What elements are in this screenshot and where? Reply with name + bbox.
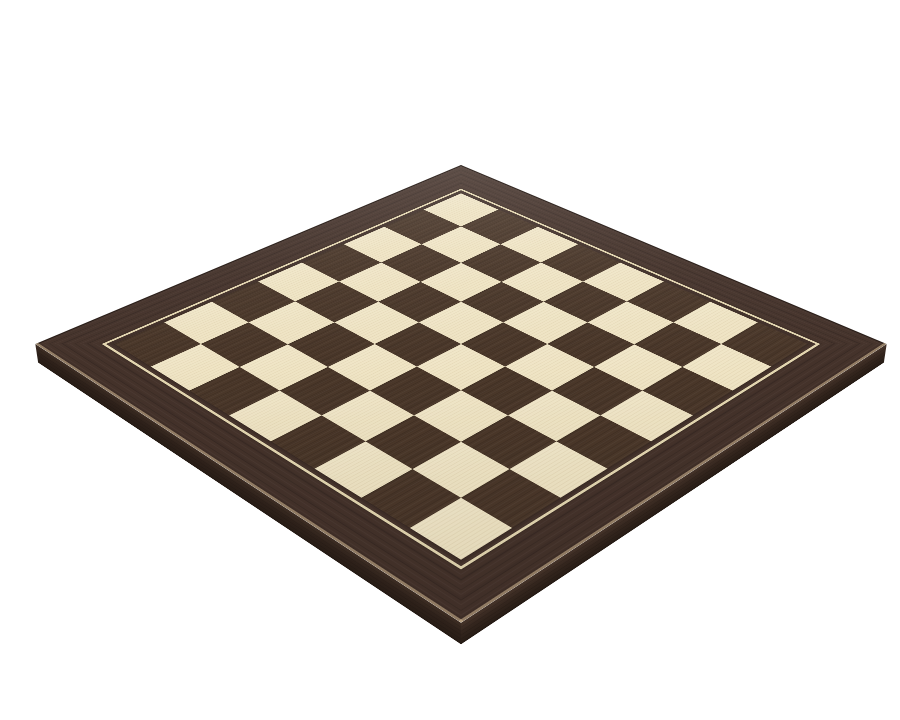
square-g3 [461,415,556,468]
square-h7 [682,344,771,390]
playing-area [115,193,808,559]
square-h3 [510,441,607,497]
board-top-face [35,165,886,623]
square-e2 [322,390,415,441]
square-h1 [410,498,513,560]
frame-rail-right [412,324,887,623]
square-g6 [594,344,683,390]
square-h4 [556,415,651,468]
square-h5 [600,390,693,441]
square-f3 [415,390,508,441]
square-g1 [361,469,461,528]
square-f2 [366,415,461,468]
square-h2 [461,469,561,528]
square-h6 [642,367,733,416]
square-f5 [505,344,594,390]
square-d2 [280,367,371,416]
square-f1 [315,441,412,497]
square-e4 [417,344,506,390]
square-g2 [412,441,509,497]
square-e1 [271,415,366,468]
frame-rail-near [35,324,510,623]
product-photo-scene [0,0,900,720]
square-c1 [189,367,280,416]
chess-board [35,165,886,623]
square-c2 [240,344,329,390]
square-d3 [328,344,417,390]
square-f4 [461,367,552,416]
square-d1 [229,390,322,441]
square-e3 [370,367,461,416]
square-b1 [151,344,240,390]
near-left-edge-chamfer [35,343,463,623]
square-g5 [552,367,643,416]
square-g4 [507,390,600,441]
